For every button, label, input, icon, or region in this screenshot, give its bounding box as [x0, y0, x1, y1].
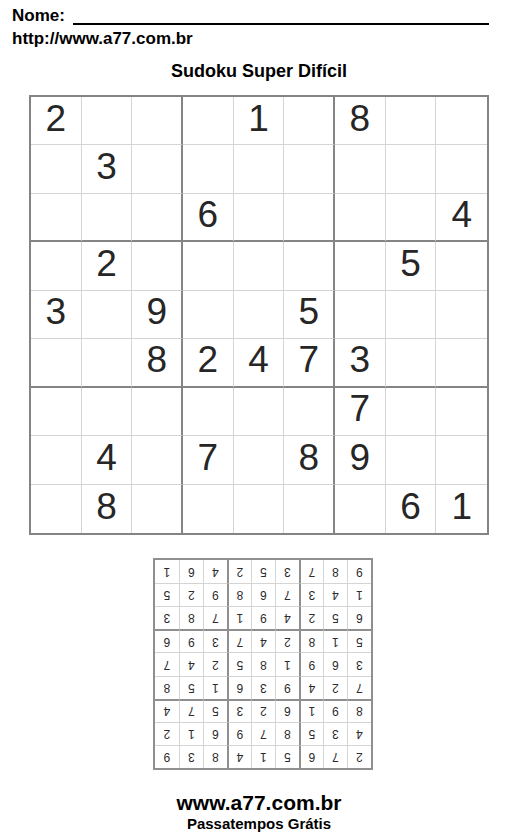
sudoku-cell: 6 [386, 485, 437, 533]
name-label: Nome: [12, 6, 65, 26]
solution-cell: 9 [275, 676, 299, 699]
sudoku-cell [31, 436, 82, 484]
solution-cell: 7 [227, 629, 251, 652]
solution-cell: 4 [155, 699, 179, 722]
solution-cell: 7 [299, 560, 323, 583]
solution-cell: 5 [155, 583, 179, 606]
solution-cell: 2 [323, 676, 347, 699]
sudoku-cell [234, 194, 285, 242]
sudoku-cell [183, 97, 234, 145]
sudoku-cell [183, 485, 234, 533]
sudoku-cell [386, 388, 437, 436]
solution-cell: 8 [299, 629, 323, 652]
solution-cell: 8 [227, 583, 251, 606]
solution-cell: 1 [275, 652, 299, 675]
solution-grid: 2765148394358796128916235747249361583691… [153, 558, 373, 770]
solution-cell: 1 [179, 722, 203, 745]
solution-cell: 6 [179, 560, 203, 583]
sudoku-cell [132, 242, 183, 290]
solution-cell: 5 [227, 652, 251, 675]
solution-cell: 5 [203, 699, 227, 722]
solution-cell: 1 [203, 676, 227, 699]
sudoku-cell: 2 [82, 242, 133, 290]
sudoku-cell: 1 [234, 97, 285, 145]
solution-cell: 8 [251, 652, 275, 675]
sudoku-cell [284, 388, 335, 436]
sudoku-cell [386, 339, 437, 387]
solution-cell: 4 [227, 745, 251, 768]
solution-cell: 3 [323, 722, 347, 745]
sudoku-cell [31, 388, 82, 436]
sudoku-cell: 5 [284, 291, 335, 339]
sudoku-cell: 5 [386, 242, 437, 290]
solution-cell: 2 [227, 560, 251, 583]
sudoku-cell: 8 [82, 485, 133, 533]
solution-cell: 5 [299, 722, 323, 745]
sudoku-cell [284, 242, 335, 290]
sudoku-cell [335, 242, 386, 290]
sudoku-cell [284, 194, 335, 242]
solution-cell: 1 [347, 583, 371, 606]
sudoku-cell: 1 [436, 485, 487, 533]
sudoku-cell: 2 [31, 97, 82, 145]
site-url: http://www.a77.com.br [12, 29, 193, 49]
sudoku-cell [31, 145, 82, 193]
sudoku-cell: 2 [183, 339, 234, 387]
sudoku-cell [335, 145, 386, 193]
solution-cell: 7 [323, 745, 347, 768]
sudoku-cell [234, 436, 285, 484]
solution-cell: 4 [299, 676, 323, 699]
solution-cell: 6 [323, 652, 347, 675]
page-title: Sudoku Super Difícil [0, 61, 518, 82]
sudoku-cell: 9 [132, 291, 183, 339]
sudoku-cell: 7 [335, 388, 386, 436]
solution-cell: 5 [251, 560, 275, 583]
sudoku-cell [386, 194, 437, 242]
sudoku-cell [31, 339, 82, 387]
sudoku-cell: 3 [335, 339, 386, 387]
solution-cell: 7 [347, 676, 371, 699]
sudoku-cell [284, 145, 335, 193]
sudoku-cell [436, 388, 487, 436]
solution-cell: 7 [179, 699, 203, 722]
sudoku-cell [132, 388, 183, 436]
solution-cell: 3 [203, 629, 227, 652]
sudoku-cell [386, 291, 437, 339]
sudoku-cell: 8 [284, 436, 335, 484]
sudoku-cell [436, 291, 487, 339]
solution-cell: 2 [179, 583, 203, 606]
sudoku-cell [82, 339, 133, 387]
solution-cell: 8 [179, 606, 203, 629]
solution-cell: 3 [227, 699, 251, 722]
solution-cell: 2 [155, 722, 179, 745]
sudoku-cell [436, 145, 487, 193]
sudoku-cell [335, 291, 386, 339]
sudoku-cell [132, 485, 183, 533]
sudoku-cell [436, 97, 487, 145]
solution-cell: 6 [275, 699, 299, 722]
sudoku-cell [82, 291, 133, 339]
sudoku-cell [31, 485, 82, 533]
sudoku-cell: 4 [82, 436, 133, 484]
solution-cell: 9 [179, 629, 203, 652]
solution-cell: 5 [347, 629, 371, 652]
sudoku-cell [335, 485, 386, 533]
name-write-line [73, 23, 489, 25]
sudoku-cell [31, 242, 82, 290]
solution-cell: 9 [323, 699, 347, 722]
sudoku-cell: 4 [234, 339, 285, 387]
solution-cell: 5 [275, 745, 299, 768]
solution-cell: 9 [251, 606, 275, 629]
solution-cell: 4 [179, 652, 203, 675]
solution-cell: 4 [275, 606, 299, 629]
solution-cell: 1 [323, 629, 347, 652]
sudoku-cell [436, 242, 487, 290]
solution-cell: 7 [155, 652, 179, 675]
sudoku-cell: 8 [132, 339, 183, 387]
solution-cell: 4 [347, 722, 371, 745]
solution-cell: 3 [155, 606, 179, 629]
sudoku-cell [82, 97, 133, 145]
solution-cell: 8 [323, 560, 347, 583]
solution-cell: 1 [227, 606, 251, 629]
sudoku-cell: 7 [284, 339, 335, 387]
sudoku-cell: 9 [335, 436, 386, 484]
sudoku-cell [183, 388, 234, 436]
sudoku-cell [335, 194, 386, 242]
solution-cell: 5 [179, 676, 203, 699]
sudoku-cell [234, 242, 285, 290]
solution-cell: 2 [299, 606, 323, 629]
solution-cell: 6 [155, 629, 179, 652]
sudoku-cell [284, 97, 335, 145]
solution-cell: 6 [347, 606, 371, 629]
footer-site: www.a77.com.br [0, 791, 518, 815]
solution-cell: 9 [227, 722, 251, 745]
solution-cell: 7 [203, 606, 227, 629]
solution-cell: 1 [251, 745, 275, 768]
sudoku-cell [386, 436, 437, 484]
solution-cell: 8 [275, 722, 299, 745]
solution-cell: 8 [347, 699, 371, 722]
solution-cell: 7 [251, 722, 275, 745]
solution-cell: 3 [299, 583, 323, 606]
page: Nome: http://www.a77.com.br Sudoku Super… [0, 0, 518, 840]
solution-cell: 9 [203, 583, 227, 606]
sudoku-cell [234, 388, 285, 436]
sudoku-cell: 4 [436, 194, 487, 242]
solution-cell: 2 [275, 629, 299, 652]
sudoku-cell [436, 436, 487, 484]
solution-cell: 7 [275, 583, 299, 606]
solution-cell: 8 [155, 676, 179, 699]
sudoku-cell [386, 145, 437, 193]
solution-cell: 9 [155, 745, 179, 768]
sudoku-cell: 3 [82, 145, 133, 193]
solution-cell: 4 [203, 560, 227, 583]
sudoku-cell: 7 [183, 436, 234, 484]
sudoku-grid: 218364253958247374789861 [29, 95, 489, 535]
solution-cell: 3 [251, 676, 275, 699]
sudoku-cell [82, 194, 133, 242]
sudoku-cell [234, 291, 285, 339]
solution-cell: 4 [323, 583, 347, 606]
solution-cell: 9 [299, 652, 323, 675]
solution-cell: 4 [251, 629, 275, 652]
sudoku-cell [132, 145, 183, 193]
sudoku-cell: 6 [183, 194, 234, 242]
solution-cell: 6 [299, 745, 323, 768]
solution-cell: 3 [179, 745, 203, 768]
solution-cell: 1 [155, 560, 179, 583]
solution-cell: 1 [299, 699, 323, 722]
sudoku-cell [132, 436, 183, 484]
solution-cell: 3 [275, 560, 299, 583]
solution-cell: 9 [347, 560, 371, 583]
solution-cell: 3 [347, 652, 371, 675]
sudoku-cell [31, 194, 82, 242]
sudoku-cell [183, 145, 234, 193]
solution-cell: 5 [323, 606, 347, 629]
sudoku-cell: 3 [31, 291, 82, 339]
sudoku-cell [132, 97, 183, 145]
sudoku-cell [284, 485, 335, 533]
solution-cell: 2 [251, 699, 275, 722]
sudoku-cell: 8 [335, 97, 386, 145]
sudoku-cell [234, 485, 285, 533]
solution-cell: 6 [203, 722, 227, 745]
sudoku-cell [183, 242, 234, 290]
sudoku-cell [183, 291, 234, 339]
footer-tagline: Passatempos Grátis [0, 815, 518, 832]
sudoku-cell [436, 339, 487, 387]
solution-cell: 8 [203, 745, 227, 768]
solution-cell: 6 [251, 583, 275, 606]
sudoku-cell [132, 194, 183, 242]
sudoku-cell [82, 388, 133, 436]
solution-cell: 2 [203, 652, 227, 675]
sudoku-cell [386, 97, 437, 145]
solution-cell: 6 [227, 676, 251, 699]
solution-cell: 2 [347, 745, 371, 768]
sudoku-cell [234, 145, 285, 193]
